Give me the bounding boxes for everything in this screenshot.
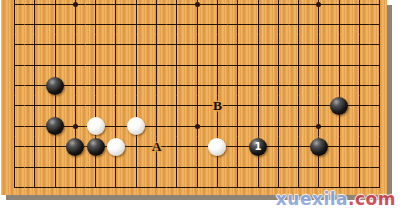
board-point — [268, 75, 288, 95]
board-point — [268, 137, 288, 157]
board-point — [187, 116, 207, 136]
board-point — [45, 177, 65, 195]
board-point — [187, 55, 207, 75]
board-point — [309, 35, 329, 55]
board-point — [167, 35, 187, 55]
board-point — [207, 55, 227, 75]
board-point — [207, 116, 227, 136]
board-point — [329, 157, 349, 177]
move-number: 1 — [249, 138, 267, 156]
board-point — [45, 96, 65, 116]
board-point — [45, 116, 65, 136]
board-point — [65, 75, 85, 95]
board-point — [329, 137, 349, 157]
board-point — [329, 96, 349, 116]
board-point — [248, 157, 268, 177]
board-point — [268, 35, 288, 55]
board-point — [370, 157, 387, 177]
board-point — [65, 116, 85, 136]
board-point — [86, 0, 106, 14]
star-point — [316, 124, 321, 129]
board-point — [4, 35, 24, 55]
board-point — [25, 96, 45, 116]
board-point — [167, 137, 187, 157]
board-point — [228, 157, 248, 177]
watermark-tld: .com — [348, 189, 396, 209]
board-point: 1 — [248, 137, 268, 157]
board-point — [45, 55, 65, 75]
board-point — [167, 157, 187, 177]
board-point — [309, 157, 329, 177]
board-point — [86, 35, 106, 55]
board-point — [4, 0, 24, 14]
board-point — [106, 96, 126, 116]
board-point — [228, 35, 248, 55]
board-point — [248, 35, 268, 55]
board-point — [187, 137, 207, 157]
board-point — [146, 157, 166, 177]
board-point — [268, 116, 288, 136]
board-point — [86, 96, 106, 116]
board-point — [309, 96, 329, 116]
board-point — [106, 35, 126, 55]
board-point — [349, 75, 369, 95]
board-point — [187, 75, 207, 95]
board-point — [65, 35, 85, 55]
board-point — [146, 0, 166, 14]
board-point — [228, 75, 248, 95]
board-point — [167, 75, 187, 95]
star-point — [195, 124, 200, 129]
board-point — [106, 0, 126, 14]
white-stone — [107, 138, 125, 156]
board-point — [45, 157, 65, 177]
board-point — [329, 116, 349, 136]
board-point — [349, 96, 369, 116]
board-point — [329, 75, 349, 95]
white-stone — [87, 117, 105, 135]
board-point — [207, 35, 227, 55]
board-point — [228, 177, 248, 195]
label-A: A — [152, 138, 162, 154]
black-stone: 1 — [249, 138, 267, 156]
board-point — [228, 96, 248, 116]
board-point — [4, 14, 24, 34]
board-point — [289, 14, 309, 34]
board-point — [167, 116, 187, 136]
board-point — [4, 96, 24, 116]
board-point — [65, 96, 85, 116]
board-point — [126, 75, 146, 95]
board-point — [349, 14, 369, 34]
board-point — [207, 157, 227, 177]
board-point — [228, 0, 248, 14]
star-point — [316, 2, 321, 7]
board-point — [309, 137, 329, 157]
board-point — [187, 0, 207, 14]
board-point — [248, 0, 268, 14]
board-point — [248, 116, 268, 136]
black-stone — [66, 138, 84, 156]
black-stone — [310, 138, 328, 156]
board-point — [106, 55, 126, 75]
board-point — [187, 96, 207, 116]
board-point — [167, 96, 187, 116]
board-point — [248, 177, 268, 195]
board-point — [45, 35, 65, 55]
board-point — [268, 96, 288, 116]
board-point — [309, 75, 329, 95]
board-point — [167, 55, 187, 75]
board-point — [45, 14, 65, 34]
board-point — [309, 55, 329, 75]
board-point — [126, 157, 146, 177]
board-point — [370, 35, 387, 55]
board-point — [25, 157, 45, 177]
board-point — [126, 96, 146, 116]
board-point — [167, 177, 187, 195]
board-point — [248, 55, 268, 75]
board-point — [289, 75, 309, 95]
board-point — [25, 0, 45, 14]
board-point — [370, 116, 387, 136]
board-point — [228, 14, 248, 34]
board-point — [370, 0, 387, 14]
board-point — [167, 14, 187, 34]
board-point — [309, 116, 329, 136]
board-point — [65, 177, 85, 195]
board-point — [187, 35, 207, 55]
board-point: B — [207, 96, 227, 116]
board-point — [370, 96, 387, 116]
board-point — [65, 157, 85, 177]
board-point — [106, 14, 126, 34]
board-point — [106, 137, 126, 157]
board-point — [289, 137, 309, 157]
board-point — [370, 55, 387, 75]
star-point — [195, 2, 200, 7]
watermark: xuexila.com — [276, 189, 396, 209]
board-point — [25, 116, 45, 136]
board-point — [86, 137, 106, 157]
board-point — [126, 116, 146, 136]
black-stone — [330, 97, 348, 115]
board-point — [207, 177, 227, 195]
board-point — [86, 177, 106, 195]
board-point — [25, 55, 45, 75]
board-point — [25, 137, 45, 157]
board-point — [146, 177, 166, 195]
board-point — [248, 75, 268, 95]
board-point — [248, 14, 268, 34]
board-point — [289, 116, 309, 136]
board-point — [207, 14, 227, 34]
board-point — [86, 14, 106, 34]
board-point — [4, 177, 24, 195]
board-point — [289, 55, 309, 75]
board-point — [309, 0, 329, 14]
board-point — [187, 177, 207, 195]
board-point — [25, 35, 45, 55]
board-point — [4, 157, 24, 177]
board-point — [4, 116, 24, 136]
board-point — [106, 116, 126, 136]
board-point — [309, 14, 329, 34]
board-point — [370, 14, 387, 34]
black-stone — [87, 138, 105, 156]
board-point — [167, 0, 187, 14]
board-point — [268, 55, 288, 75]
star-point — [73, 124, 78, 129]
board-point — [126, 177, 146, 195]
board-point — [126, 14, 146, 34]
board-point — [289, 96, 309, 116]
board-point — [187, 14, 207, 34]
board-point — [248, 96, 268, 116]
board-point — [207, 75, 227, 95]
board-point — [25, 177, 45, 195]
board-point — [86, 55, 106, 75]
board-point — [126, 55, 146, 75]
board-point — [45, 0, 65, 14]
board-point — [146, 75, 166, 95]
board-point — [370, 75, 387, 95]
board-point — [25, 14, 45, 34]
board-point — [228, 116, 248, 136]
board-point — [86, 157, 106, 177]
watermark-site-name: xuexila — [276, 189, 348, 209]
board-point — [228, 55, 248, 75]
board-point — [126, 137, 146, 157]
board-point — [4, 137, 24, 157]
board-point — [349, 55, 369, 75]
board-point — [25, 75, 45, 95]
board-point — [45, 137, 65, 157]
board-point — [329, 14, 349, 34]
board-point — [146, 116, 166, 136]
board-point — [106, 75, 126, 95]
board-point — [268, 0, 288, 14]
board-point — [329, 55, 349, 75]
star-point — [73, 2, 78, 7]
board-point — [4, 55, 24, 75]
go-diagram: BA1 xuexila.com — [0, 0, 400, 209]
board-point — [228, 137, 248, 157]
board-point — [349, 157, 369, 177]
board-point — [65, 137, 85, 157]
black-stone — [46, 77, 64, 95]
board-point — [268, 14, 288, 34]
black-stone — [46, 117, 64, 135]
board-point — [65, 55, 85, 75]
board-point — [65, 14, 85, 34]
white-stone — [127, 117, 145, 135]
board-point — [45, 75, 65, 95]
board-point — [207, 137, 227, 157]
board-point — [126, 35, 146, 55]
board-point — [349, 0, 369, 14]
board-point — [146, 55, 166, 75]
board-point — [349, 137, 369, 157]
board-point — [207, 0, 227, 14]
label-B: B — [213, 98, 222, 114]
board-point — [4, 75, 24, 95]
board-point — [146, 14, 166, 34]
board-point — [187, 157, 207, 177]
board-point — [289, 157, 309, 177]
board-grid: BA1 — [4, 0, 387, 195]
board-point — [370, 137, 387, 157]
board-point — [106, 177, 126, 195]
board-point — [106, 157, 126, 177]
board-point — [65, 0, 85, 14]
board-point — [146, 96, 166, 116]
board-point — [329, 0, 349, 14]
board-point — [349, 35, 369, 55]
board-point — [349, 116, 369, 136]
board-point — [146, 35, 166, 55]
board-point — [86, 116, 106, 136]
board-point: A — [146, 137, 166, 157]
board-point — [289, 35, 309, 55]
white-stone — [208, 138, 226, 156]
board-point — [289, 0, 309, 14]
board-point — [268, 157, 288, 177]
board-point — [126, 0, 146, 14]
go-board: BA1 — [1, 0, 387, 195]
board-point — [86, 75, 106, 95]
board-point — [329, 35, 349, 55]
